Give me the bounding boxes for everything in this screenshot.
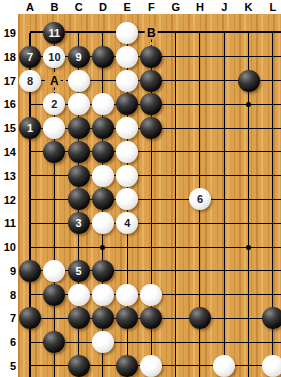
point-G19[interactable] bbox=[164, 21, 188, 45]
grid-line-v bbox=[224, 235, 225, 259]
point-B14[interactable] bbox=[42, 140, 66, 164]
point-F14[interactable] bbox=[139, 140, 163, 164]
point-F8[interactable] bbox=[139, 283, 163, 307]
grid-line-v bbox=[224, 33, 225, 45]
white-stone-E14 bbox=[116, 141, 138, 163]
point-F5[interactable] bbox=[139, 354, 163, 377]
black-stone-A15: 1 bbox=[19, 117, 41, 139]
row-label-9: 9 bbox=[0, 265, 16, 277]
white-stone-J5 bbox=[213, 355, 235, 377]
point-L9[interactable] bbox=[261, 259, 281, 283]
black-stone-D12 bbox=[92, 188, 114, 210]
point-C8[interactable] bbox=[67, 283, 91, 307]
point-C10[interactable] bbox=[67, 235, 91, 259]
grid-line-h bbox=[261, 56, 281, 57]
move-number: 8 bbox=[27, 75, 33, 87]
grid-line-v bbox=[224, 283, 225, 307]
grid-line-v bbox=[102, 33, 103, 45]
black-stone-C11: 3 bbox=[68, 212, 90, 234]
point-A12[interactable] bbox=[18, 188, 42, 212]
grid-line-v bbox=[29, 33, 31, 45]
point-E17[interactable] bbox=[115, 69, 139, 93]
white-stone-E18 bbox=[116, 46, 138, 68]
point-A16[interactable] bbox=[18, 92, 42, 116]
grid-line-v bbox=[272, 33, 273, 45]
point-H16[interactable] bbox=[188, 92, 212, 116]
point-F18[interactable] bbox=[139, 45, 163, 69]
black-stone-D9 bbox=[92, 260, 114, 282]
grid-line-h bbox=[261, 104, 281, 105]
grid-line-v bbox=[175, 140, 176, 164]
point-L13[interactable] bbox=[261, 164, 281, 188]
point-F9[interactable] bbox=[139, 259, 163, 283]
point-H12[interactable]: 6 bbox=[188, 188, 212, 212]
grid-line-v bbox=[54, 164, 55, 188]
move-number: 1 bbox=[27, 122, 33, 134]
point-D9[interactable] bbox=[91, 259, 115, 283]
board-grid: 11B71098A216345 bbox=[18, 21, 281, 377]
point-J6[interactable] bbox=[212, 330, 236, 354]
white-stone-L5 bbox=[262, 355, 281, 377]
point-K12[interactable] bbox=[236, 188, 260, 212]
point-G17[interactable] bbox=[164, 69, 188, 93]
point-H9[interactable] bbox=[188, 259, 212, 283]
grid-line-v bbox=[175, 45, 176, 69]
point-A14[interactable] bbox=[18, 140, 42, 164]
point-E14[interactable] bbox=[115, 140, 139, 164]
point-C12[interactable] bbox=[67, 188, 91, 212]
point-A5[interactable] bbox=[18, 354, 42, 377]
row-label-11: 11 bbox=[0, 217, 16, 229]
point-A7[interactable] bbox=[18, 306, 42, 330]
grid-line-h bbox=[261, 223, 281, 224]
point-K5[interactable] bbox=[236, 354, 260, 377]
point-A9[interactable] bbox=[18, 259, 42, 283]
point-D6[interactable] bbox=[91, 330, 115, 354]
point-F6[interactable] bbox=[139, 330, 163, 354]
point-C17[interactable] bbox=[67, 69, 91, 93]
point-E19[interactable] bbox=[115, 21, 139, 45]
point-L10[interactable] bbox=[261, 235, 281, 259]
black-stone-F15 bbox=[140, 117, 162, 139]
point-J16[interactable] bbox=[212, 92, 236, 116]
point-C6[interactable] bbox=[67, 330, 91, 354]
point-L17[interactable] bbox=[261, 69, 281, 93]
point-K19[interactable] bbox=[236, 21, 260, 45]
grid-line-v bbox=[224, 92, 225, 116]
black-stone-E7 bbox=[116, 307, 138, 329]
black-stone-A9 bbox=[19, 260, 41, 282]
point-C19[interactable] bbox=[67, 21, 91, 45]
point-B15[interactable] bbox=[42, 116, 66, 140]
point-L16[interactable] bbox=[261, 92, 281, 116]
point-L8[interactable] bbox=[261, 283, 281, 307]
point-E18[interactable] bbox=[115, 45, 139, 69]
move-number: 10 bbox=[48, 51, 60, 63]
point-B12[interactable] bbox=[42, 188, 66, 212]
point-F7[interactable] bbox=[139, 306, 163, 330]
grid-line-v bbox=[29, 283, 31, 307]
grid-line-v bbox=[272, 69, 273, 93]
grid-line-h bbox=[30, 104, 42, 105]
grid-line-v bbox=[78, 235, 79, 259]
go-board-app: ABCDEFGHJKL 1918171615141312111098765 11… bbox=[0, 0, 281, 377]
point-K11[interactable] bbox=[236, 211, 260, 235]
point-H5[interactable] bbox=[188, 354, 212, 377]
col-label-A: A bbox=[26, 1, 34, 14]
col-label-G: G bbox=[171, 1, 180, 14]
grid-line-v bbox=[29, 140, 31, 164]
point-E10[interactable] bbox=[115, 235, 139, 259]
point-F11[interactable] bbox=[139, 211, 163, 235]
point-F15[interactable] bbox=[139, 116, 163, 140]
point-G15[interactable] bbox=[164, 116, 188, 140]
point-H6[interactable] bbox=[188, 330, 212, 354]
grid-line-v bbox=[272, 259, 273, 283]
point-D10[interactable] bbox=[91, 235, 115, 259]
point-H19[interactable] bbox=[188, 21, 212, 45]
black-stone-B8 bbox=[43, 284, 65, 306]
grid-line-h bbox=[261, 128, 281, 129]
black-stone-F18 bbox=[140, 46, 162, 68]
move-number: 11 bbox=[49, 27, 61, 39]
grid-line-v bbox=[175, 116, 176, 140]
point-G13[interactable] bbox=[164, 164, 188, 188]
point-D15[interactable] bbox=[91, 116, 115, 140]
grid-line-v bbox=[248, 116, 249, 140]
white-stone-E8 bbox=[116, 284, 138, 306]
black-stone-F7 bbox=[140, 307, 162, 329]
point-G8[interactable] bbox=[164, 283, 188, 307]
point-D14[interactable] bbox=[91, 140, 115, 164]
grid-line-v bbox=[272, 188, 273, 212]
point-C14[interactable] bbox=[67, 140, 91, 164]
row-label-10: 10 bbox=[0, 241, 16, 253]
point-K6[interactable] bbox=[236, 330, 260, 354]
point-B16[interactable]: 2 bbox=[42, 92, 66, 116]
point-C13[interactable] bbox=[67, 164, 91, 188]
black-stone-A18: 7 bbox=[19, 46, 41, 68]
grid-line-v bbox=[175, 69, 176, 93]
point-H8[interactable] bbox=[188, 283, 212, 307]
col-label-L: L bbox=[269, 1, 276, 14]
black-stone-C15 bbox=[68, 117, 90, 139]
grid-line-h bbox=[261, 270, 281, 271]
point-D16[interactable] bbox=[91, 92, 115, 116]
point-E5[interactable] bbox=[115, 354, 139, 377]
point-K10[interactable] bbox=[236, 235, 260, 259]
white-stone-D11 bbox=[92, 212, 114, 234]
grid-line-h bbox=[261, 80, 281, 81]
point-A10[interactable] bbox=[18, 235, 42, 259]
grid-line-v bbox=[175, 354, 176, 377]
white-stone-B16: 2 bbox=[43, 93, 65, 115]
point-A11[interactable] bbox=[18, 211, 42, 235]
black-stone-H7 bbox=[189, 307, 211, 329]
point-G14[interactable] bbox=[164, 140, 188, 164]
point-H18[interactable] bbox=[188, 45, 212, 69]
row-label-19: 19 bbox=[0, 27, 16, 39]
point-K13[interactable] bbox=[236, 164, 260, 188]
grid-line-v bbox=[175, 283, 176, 307]
point-C15[interactable] bbox=[67, 116, 91, 140]
point-D18[interactable] bbox=[91, 45, 115, 69]
point-J14[interactable] bbox=[212, 140, 236, 164]
grid-line-h bbox=[30, 365, 42, 366]
grid-line-v bbox=[54, 306, 55, 330]
grid-line-v bbox=[272, 140, 273, 164]
grid-line-v bbox=[175, 330, 176, 354]
point-A18[interactable]: 7 bbox=[18, 45, 42, 69]
point-E13[interactable] bbox=[115, 164, 139, 188]
grid-line-h bbox=[261, 247, 281, 248]
point-F13[interactable] bbox=[139, 164, 163, 188]
move-number: 6 bbox=[197, 193, 203, 205]
point-K7[interactable] bbox=[236, 306, 260, 330]
black-stone-C13 bbox=[68, 165, 90, 187]
grid-line-v bbox=[199, 140, 200, 164]
point-D11[interactable] bbox=[91, 211, 115, 235]
grid-line-v bbox=[224, 116, 225, 140]
point-H10[interactable] bbox=[188, 235, 212, 259]
point-B17[interactable]: A bbox=[42, 69, 66, 93]
point-B6[interactable] bbox=[42, 330, 66, 354]
grid-line-v bbox=[199, 164, 200, 188]
point-D17[interactable] bbox=[91, 69, 115, 93]
point-E12[interactable] bbox=[115, 188, 139, 212]
point-K14[interactable] bbox=[236, 140, 260, 164]
point-C18[interactable]: 9 bbox=[67, 45, 91, 69]
white-stone-C16 bbox=[68, 93, 90, 115]
point-A15[interactable]: 1 bbox=[18, 116, 42, 140]
point-J19[interactable] bbox=[212, 21, 236, 45]
point-G5[interactable] bbox=[164, 354, 188, 377]
point-F10[interactable] bbox=[139, 235, 163, 259]
point-C9[interactable]: 5 bbox=[67, 259, 91, 283]
move-number: 3 bbox=[76, 217, 82, 229]
row-label-15: 15 bbox=[0, 122, 16, 134]
point-J17[interactable] bbox=[212, 69, 236, 93]
point-B18[interactable]: 10 bbox=[42, 45, 66, 69]
point-L5[interactable] bbox=[261, 354, 281, 377]
point-B9[interactable] bbox=[42, 259, 66, 283]
point-B13[interactable] bbox=[42, 164, 66, 188]
point-L11[interactable] bbox=[261, 211, 281, 235]
grid-line-v bbox=[199, 211, 200, 235]
point-G9[interactable] bbox=[164, 259, 188, 283]
col-label-D: D bbox=[99, 1, 107, 14]
point-H13[interactable] bbox=[188, 164, 212, 188]
point-J10[interactable] bbox=[212, 235, 236, 259]
point-J18[interactable] bbox=[212, 45, 236, 69]
grid-line-v bbox=[224, 211, 225, 235]
point-C11[interactable]: 3 bbox=[67, 211, 91, 235]
point-K17[interactable] bbox=[236, 69, 260, 93]
white-stone-E12 bbox=[116, 188, 138, 210]
point-K18[interactable] bbox=[236, 45, 260, 69]
point-F12[interactable] bbox=[139, 188, 163, 212]
point-A17[interactable]: 8 bbox=[18, 69, 42, 93]
grid-line-v bbox=[248, 283, 249, 307]
point-J8[interactable] bbox=[212, 283, 236, 307]
row-label-14: 14 bbox=[0, 146, 16, 158]
move-number: 2 bbox=[51, 98, 57, 110]
letter-mark-B: B bbox=[145, 26, 158, 39]
point-A6[interactable] bbox=[18, 330, 42, 354]
point-G12[interactable] bbox=[164, 188, 188, 212]
point-C5[interactable] bbox=[67, 354, 91, 377]
point-K16[interactable] bbox=[236, 92, 260, 116]
point-G11[interactable] bbox=[164, 211, 188, 235]
grid-line-h bbox=[30, 175, 42, 176]
point-J11[interactable] bbox=[212, 211, 236, 235]
point-B5[interactable] bbox=[42, 354, 66, 377]
point-D7[interactable] bbox=[91, 306, 115, 330]
point-J15[interactable] bbox=[212, 116, 236, 140]
black-stone-E16 bbox=[116, 93, 138, 115]
point-K15[interactable] bbox=[236, 116, 260, 140]
point-L12[interactable] bbox=[261, 188, 281, 212]
point-E7[interactable] bbox=[115, 306, 139, 330]
row-label-13: 13 bbox=[0, 170, 16, 182]
point-E6[interactable] bbox=[115, 330, 139, 354]
move-number: 4 bbox=[124, 217, 130, 229]
point-D19[interactable] bbox=[91, 21, 115, 45]
letter-mark-A: A bbox=[48, 74, 61, 87]
point-G7[interactable] bbox=[164, 306, 188, 330]
row-label-12: 12 bbox=[0, 194, 16, 206]
point-J9[interactable] bbox=[212, 259, 236, 283]
point-L18[interactable] bbox=[261, 45, 281, 69]
grid-line-v bbox=[224, 140, 225, 164]
white-stone-D16 bbox=[92, 93, 114, 115]
point-K8[interactable] bbox=[236, 283, 260, 307]
grid-line-v bbox=[175, 164, 176, 188]
point-A8[interactable] bbox=[18, 283, 42, 307]
point-K9[interactable] bbox=[236, 259, 260, 283]
grid-line-v bbox=[248, 354, 249, 377]
point-E11[interactable]: 4 bbox=[115, 211, 139, 235]
grid-line-v bbox=[54, 188, 55, 212]
point-G10[interactable] bbox=[164, 235, 188, 259]
grid-line-v bbox=[29, 211, 31, 235]
point-E9[interactable] bbox=[115, 259, 139, 283]
point-H11[interactable] bbox=[188, 211, 212, 235]
grid-line-v bbox=[102, 354, 103, 377]
point-D13[interactable] bbox=[91, 164, 115, 188]
point-B19[interactable]: 11 bbox=[42, 21, 66, 45]
point-B7[interactable] bbox=[42, 306, 66, 330]
grid-line-v bbox=[199, 330, 200, 354]
point-H7[interactable] bbox=[188, 306, 212, 330]
black-stone-C12 bbox=[68, 188, 90, 210]
point-L6[interactable] bbox=[261, 330, 281, 354]
grid-line-v bbox=[224, 306, 225, 330]
grid-line-v bbox=[175, 259, 176, 283]
black-stone-D7 bbox=[92, 307, 114, 329]
white-stone-B9 bbox=[43, 260, 65, 282]
point-E15[interactable] bbox=[115, 116, 139, 140]
black-stone-C5 bbox=[68, 355, 90, 377]
grid-line-v bbox=[151, 235, 152, 259]
point-D12[interactable] bbox=[91, 188, 115, 212]
point-F19[interactable]: B bbox=[139, 21, 163, 45]
grid-line-v bbox=[224, 259, 225, 283]
grid-line-v bbox=[151, 140, 152, 164]
point-G6[interactable] bbox=[164, 330, 188, 354]
point-L7[interactable] bbox=[261, 306, 281, 330]
grid-line-v bbox=[272, 116, 273, 140]
black-stone-B19: 11 bbox=[43, 22, 65, 44]
point-J7[interactable] bbox=[212, 306, 236, 330]
grid-line-h bbox=[30, 342, 42, 343]
row-label-8: 8 bbox=[0, 289, 16, 301]
point-C7[interactable] bbox=[67, 306, 91, 330]
point-L14[interactable] bbox=[261, 140, 281, 164]
point-B11[interactable] bbox=[42, 211, 66, 235]
white-stone-F8 bbox=[140, 284, 162, 306]
point-G16[interactable] bbox=[164, 92, 188, 116]
point-H15[interactable] bbox=[188, 116, 212, 140]
point-C16[interactable] bbox=[67, 92, 91, 116]
star-point-D10 bbox=[100, 245, 105, 250]
grid-line-h bbox=[30, 31, 42, 33]
grid-line-v bbox=[248, 306, 249, 330]
black-stone-K17 bbox=[238, 70, 260, 92]
point-A19[interactable] bbox=[18, 21, 42, 45]
point-B8[interactable] bbox=[42, 283, 66, 307]
grid-line-v bbox=[29, 354, 31, 377]
grid-line-h bbox=[30, 294, 42, 295]
col-label-H: H bbox=[196, 1, 204, 14]
point-J12[interactable] bbox=[212, 188, 236, 212]
point-E16[interactable] bbox=[115, 92, 139, 116]
point-H14[interactable] bbox=[188, 140, 212, 164]
point-L19[interactable] bbox=[261, 21, 281, 45]
grid-line-v bbox=[54, 354, 55, 377]
grid-line-v bbox=[54, 235, 55, 259]
white-stone-B15 bbox=[43, 117, 65, 139]
point-H17[interactable] bbox=[188, 69, 212, 93]
grid-line-v bbox=[248, 188, 249, 212]
grid-line-v bbox=[224, 164, 225, 188]
point-L15[interactable] bbox=[261, 116, 281, 140]
point-B10[interactable] bbox=[42, 235, 66, 259]
point-F17[interactable] bbox=[139, 69, 163, 93]
black-stone-C9: 5 bbox=[68, 260, 90, 282]
point-A13[interactable] bbox=[18, 164, 42, 188]
black-stone-B6 bbox=[43, 331, 65, 353]
point-D8[interactable] bbox=[91, 283, 115, 307]
black-stone-E5 bbox=[116, 355, 138, 377]
grid-line-v bbox=[272, 92, 273, 116]
col-label-F: F bbox=[148, 1, 155, 14]
point-E8[interactable] bbox=[115, 283, 139, 307]
white-stone-D13 bbox=[92, 165, 114, 187]
point-J13[interactable] bbox=[212, 164, 236, 188]
black-stone-F16 bbox=[140, 93, 162, 115]
black-stone-D15 bbox=[92, 117, 114, 139]
black-stone-D18 bbox=[92, 46, 114, 68]
move-number: 7 bbox=[27, 51, 33, 63]
point-J5[interactable] bbox=[212, 354, 236, 377]
point-D5[interactable] bbox=[91, 354, 115, 377]
grid-line-v bbox=[272, 164, 273, 188]
point-G18[interactable] bbox=[164, 45, 188, 69]
point-F16[interactable] bbox=[139, 92, 163, 116]
grid-line-h bbox=[30, 199, 42, 200]
grid-line-v bbox=[248, 33, 249, 45]
